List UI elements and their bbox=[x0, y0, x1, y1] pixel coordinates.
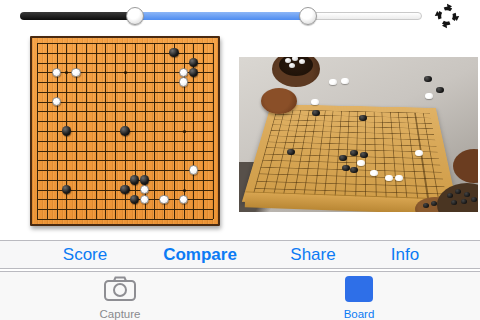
black-stone bbox=[130, 195, 139, 204]
grid-line bbox=[37, 219, 213, 220]
photo-black-stone bbox=[312, 110, 320, 117]
camera-icon bbox=[103, 276, 137, 302]
grid-line bbox=[174, 43, 175, 219]
bowl-lid bbox=[261, 88, 297, 114]
slider-track-white[interactable] bbox=[308, 12, 422, 20]
white-stone bbox=[71, 68, 80, 77]
grid-line bbox=[37, 141, 213, 142]
tab-share[interactable]: Share bbox=[290, 241, 335, 268]
tab-compare[interactable]: Compare bbox=[163, 241, 237, 268]
black-stone bbox=[62, 126, 71, 135]
tab-capture-label: Capture bbox=[80, 308, 160, 320]
white-stone bbox=[140, 195, 149, 204]
photo-black-stone bbox=[350, 167, 358, 174]
bottom-tab-bar: Capture Board bbox=[0, 271, 480, 320]
star-point bbox=[183, 130, 186, 133]
photo-black-stone bbox=[436, 87, 444, 94]
slider-handle-white[interactable] bbox=[299, 7, 317, 25]
photo-black-stone bbox=[424, 76, 432, 83]
tab-score[interactable]: Score bbox=[63, 241, 107, 268]
white-stone bbox=[52, 97, 61, 106]
photo-white-stone bbox=[425, 93, 433, 100]
slider-track-blue[interactable] bbox=[136, 12, 308, 20]
grid-line bbox=[203, 43, 204, 219]
grid-line bbox=[164, 43, 165, 219]
star-point bbox=[124, 71, 127, 74]
photo-black-stone bbox=[359, 115, 367, 122]
photo-white-stone bbox=[385, 175, 393, 182]
photo-black-stone bbox=[360, 152, 368, 159]
digitized-go-board[interactable] bbox=[30, 36, 220, 226]
photo-white-stone bbox=[395, 175, 403, 182]
photo-black-stone bbox=[342, 165, 350, 172]
board-grid-icon bbox=[345, 276, 373, 302]
white-stone bbox=[159, 195, 168, 204]
black-stone bbox=[62, 185, 71, 194]
tab-info[interactable]: Info bbox=[391, 241, 419, 268]
grid-line bbox=[37, 151, 213, 152]
black-stone bbox=[189, 58, 198, 67]
photo-black-stone bbox=[339, 155, 347, 162]
black-stone bbox=[120, 185, 129, 194]
white-stone bbox=[179, 68, 188, 77]
black-stone bbox=[120, 126, 129, 135]
rotate-icon bbox=[434, 3, 460, 29]
photo-black-stone bbox=[287, 149, 295, 156]
photo-white-stone bbox=[311, 99, 319, 106]
star-point bbox=[65, 71, 68, 74]
black-stone bbox=[140, 175, 149, 184]
black-stone bbox=[130, 175, 139, 184]
threshold-slider[interactable] bbox=[0, 0, 480, 32]
photo-black-stone bbox=[350, 150, 358, 157]
grid-line bbox=[135, 43, 136, 219]
grid-line bbox=[37, 160, 213, 161]
action-bar: Score Compare Share Info bbox=[0, 240, 480, 269]
white-stone bbox=[179, 195, 188, 204]
grid-line bbox=[37, 170, 213, 171]
grid-line bbox=[37, 180, 213, 181]
photo-white-stone bbox=[329, 79, 337, 86]
black-stone bbox=[169, 48, 178, 57]
photo-white-stone bbox=[341, 78, 349, 85]
grid-line bbox=[213, 43, 214, 219]
tab-board[interactable]: Board bbox=[319, 276, 399, 320]
star-point bbox=[183, 189, 186, 192]
tab-board-label: Board bbox=[319, 308, 399, 320]
app-window: Score Compare Share Info Capture Board bbox=[0, 0, 480, 320]
slider-handle-black[interactable] bbox=[126, 7, 144, 25]
white-stone bbox=[140, 185, 149, 194]
tab-capture[interactable]: Capture bbox=[80, 276, 160, 320]
black-stone bbox=[189, 68, 198, 77]
photo-white-stone bbox=[370, 170, 378, 177]
slider-track-black[interactable] bbox=[20, 12, 136, 20]
goban-photo bbox=[239, 57, 478, 212]
white-stone bbox=[189, 165, 198, 174]
white-stone bbox=[179, 77, 188, 86]
grid-line bbox=[154, 43, 155, 219]
grid-line bbox=[37, 209, 213, 210]
rotate-button[interactable] bbox=[434, 3, 460, 29]
photo-white-stone bbox=[357, 160, 365, 167]
white-stone bbox=[52, 68, 61, 77]
photo-white-stone bbox=[415, 150, 423, 157]
